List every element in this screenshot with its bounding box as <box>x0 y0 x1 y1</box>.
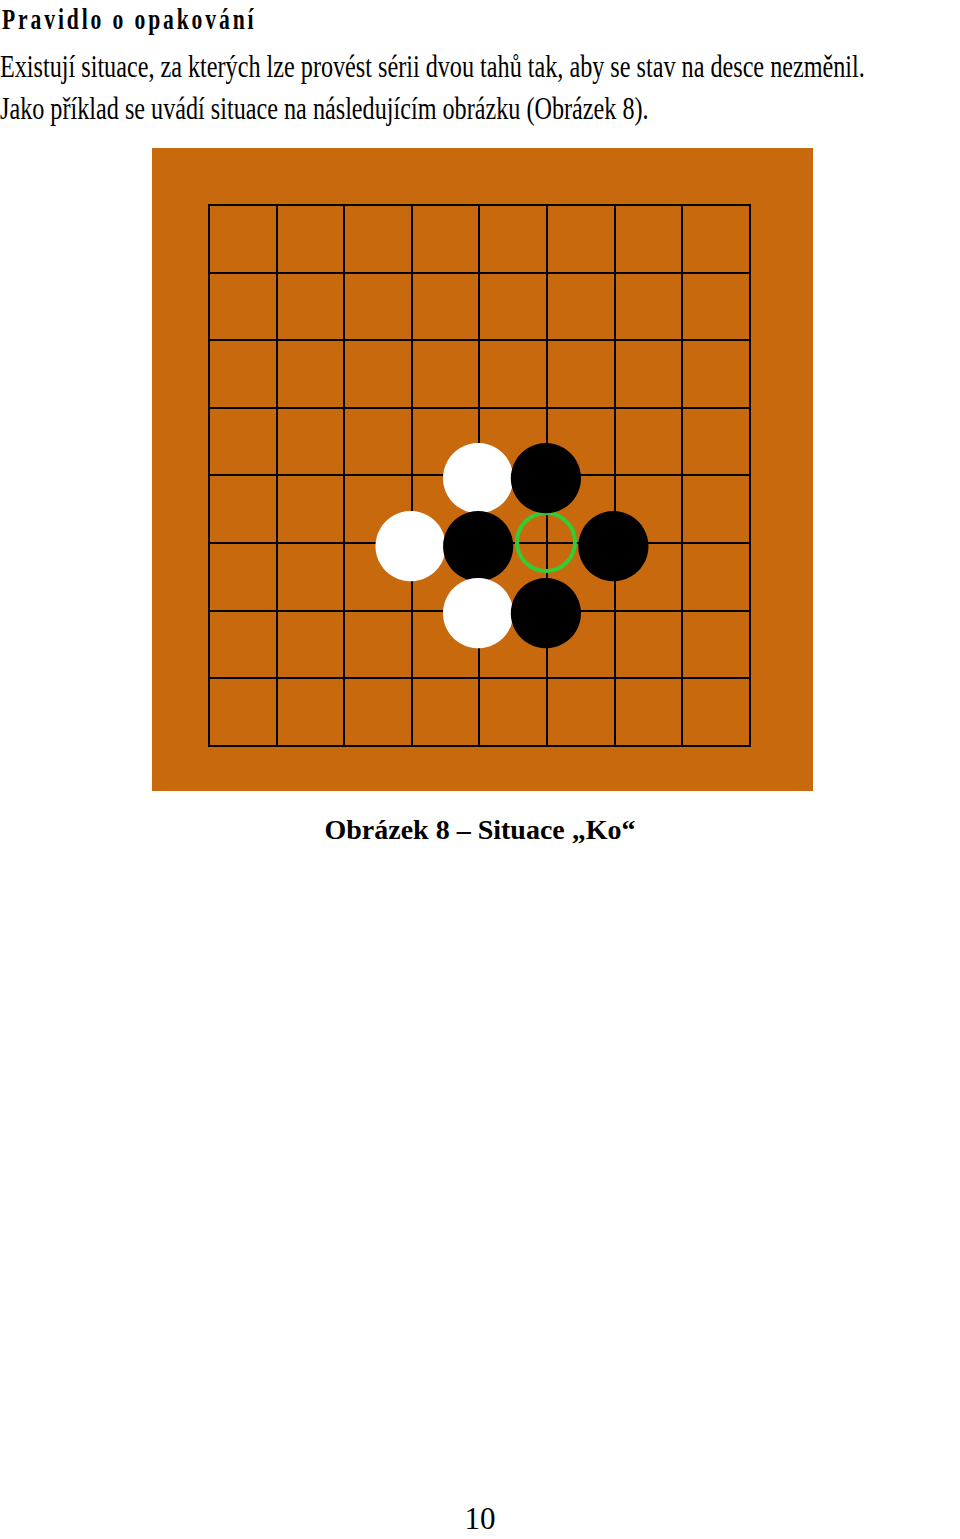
board-intersection-G4: ● <box>580 508 648 576</box>
board-intersection-C6 <box>309 373 377 441</box>
board-intersection-J9 <box>715 170 783 238</box>
board-grid: ●●●●●●● <box>174 170 783 779</box>
paragraph-line-1: Existují situace, za kterých lze provést… <box>0 49 865 85</box>
board-intersection-C2 <box>309 643 377 711</box>
board-intersection-E1 <box>444 711 512 779</box>
board-intersection-A4 <box>174 508 242 576</box>
board-intersection-J5 <box>715 440 783 508</box>
board-intersection-G2 <box>580 643 648 711</box>
board-intersection-F5: ● <box>512 440 580 508</box>
board-intersection-H4 <box>647 508 715 576</box>
figure-caption: Obrázek 8 – Situace „Ko“ <box>0 814 960 846</box>
board-intersection-A7 <box>174 305 242 373</box>
page-title: Pravidlo o opakování <box>2 0 256 38</box>
board-intersection-J8 <box>715 238 783 306</box>
board-intersection-F7 <box>512 305 580 373</box>
board-intersection-F8 <box>512 238 580 306</box>
board-intersection-B6 <box>242 373 310 441</box>
board-intersection-A1 <box>174 711 242 779</box>
board-intersection-J3 <box>715 576 783 644</box>
black-stone: ● <box>506 574 586 638</box>
board-intersection-H1 <box>647 711 715 779</box>
board-intersection-B3 <box>242 576 310 644</box>
board-intersection-D8 <box>377 238 445 306</box>
board-intersection-B5 <box>242 440 310 508</box>
board-intersection-J2 <box>715 643 783 711</box>
board-intersection-G7 <box>580 305 648 373</box>
board-intersection-C3 <box>309 576 377 644</box>
board-intersection-H8 <box>647 238 715 306</box>
board-intersection-H9 <box>647 170 715 238</box>
board-intersection-B8 <box>242 238 310 306</box>
board-intersection-B9 <box>242 170 310 238</box>
board-intersection-C7 <box>309 305 377 373</box>
board-intersection-J7 <box>715 305 783 373</box>
board-intersection-E3: ● <box>444 576 512 644</box>
board-intersection-D7 <box>377 305 445 373</box>
board-intersection-F3: ● <box>512 576 580 644</box>
board-intersection-B2 <box>242 643 310 711</box>
board-intersection-B1 <box>242 711 310 779</box>
board-intersection-A2 <box>174 643 242 711</box>
board-intersection-C9 <box>309 170 377 238</box>
board-intersection-F9 <box>512 170 580 238</box>
board-intersection-D2 <box>377 643 445 711</box>
board-intersection-A9 <box>174 170 242 238</box>
board-intersection-G8 <box>580 238 648 306</box>
board-intersection-C5 <box>309 440 377 508</box>
board-intersection-C1 <box>309 711 377 779</box>
board-intersection-H3 <box>647 576 715 644</box>
board-intersection-D6 <box>377 373 445 441</box>
board-intersection-A6 <box>174 373 242 441</box>
board-intersection-F1 <box>512 711 580 779</box>
paragraph-line-2: Jako příklad se uvádí situace na následu… <box>0 91 649 127</box>
board-intersection-G1 <box>580 711 648 779</box>
board-intersection-H6 <box>647 373 715 441</box>
board-intersection-D4: ● <box>377 508 445 576</box>
board-intersection-C4 <box>309 508 377 576</box>
board-intersection-A3 <box>174 576 242 644</box>
board-intersection-H2 <box>647 643 715 711</box>
board-intersection-E8 <box>444 238 512 306</box>
document-page: Pravidlo o opakování Existují situace, z… <box>0 0 960 1539</box>
page-number: 10 <box>0 1502 960 1536</box>
board-intersection-A8 <box>174 238 242 306</box>
board-intersection-J4 <box>715 508 783 576</box>
board-intersection-J6 <box>715 373 783 441</box>
board-intersection-J1 <box>715 711 783 779</box>
board-intersection-G6 <box>580 373 648 441</box>
board-intersection-E9 <box>444 170 512 238</box>
board-intersection-D9 <box>377 170 445 238</box>
board-intersection-A5 <box>174 440 242 508</box>
board-intersection-H5 <box>647 440 715 508</box>
board-intersection-C8 <box>309 238 377 306</box>
board-intersection-B4 <box>242 508 310 576</box>
board-intersection-E7 <box>444 305 512 373</box>
board-intersection-H7 <box>647 305 715 373</box>
go-board: ●●●●●●● <box>152 148 813 791</box>
board-intersection-B7 <box>242 305 310 373</box>
board-intersection-G9 <box>580 170 648 238</box>
board-intersection-D1 <box>377 711 445 779</box>
